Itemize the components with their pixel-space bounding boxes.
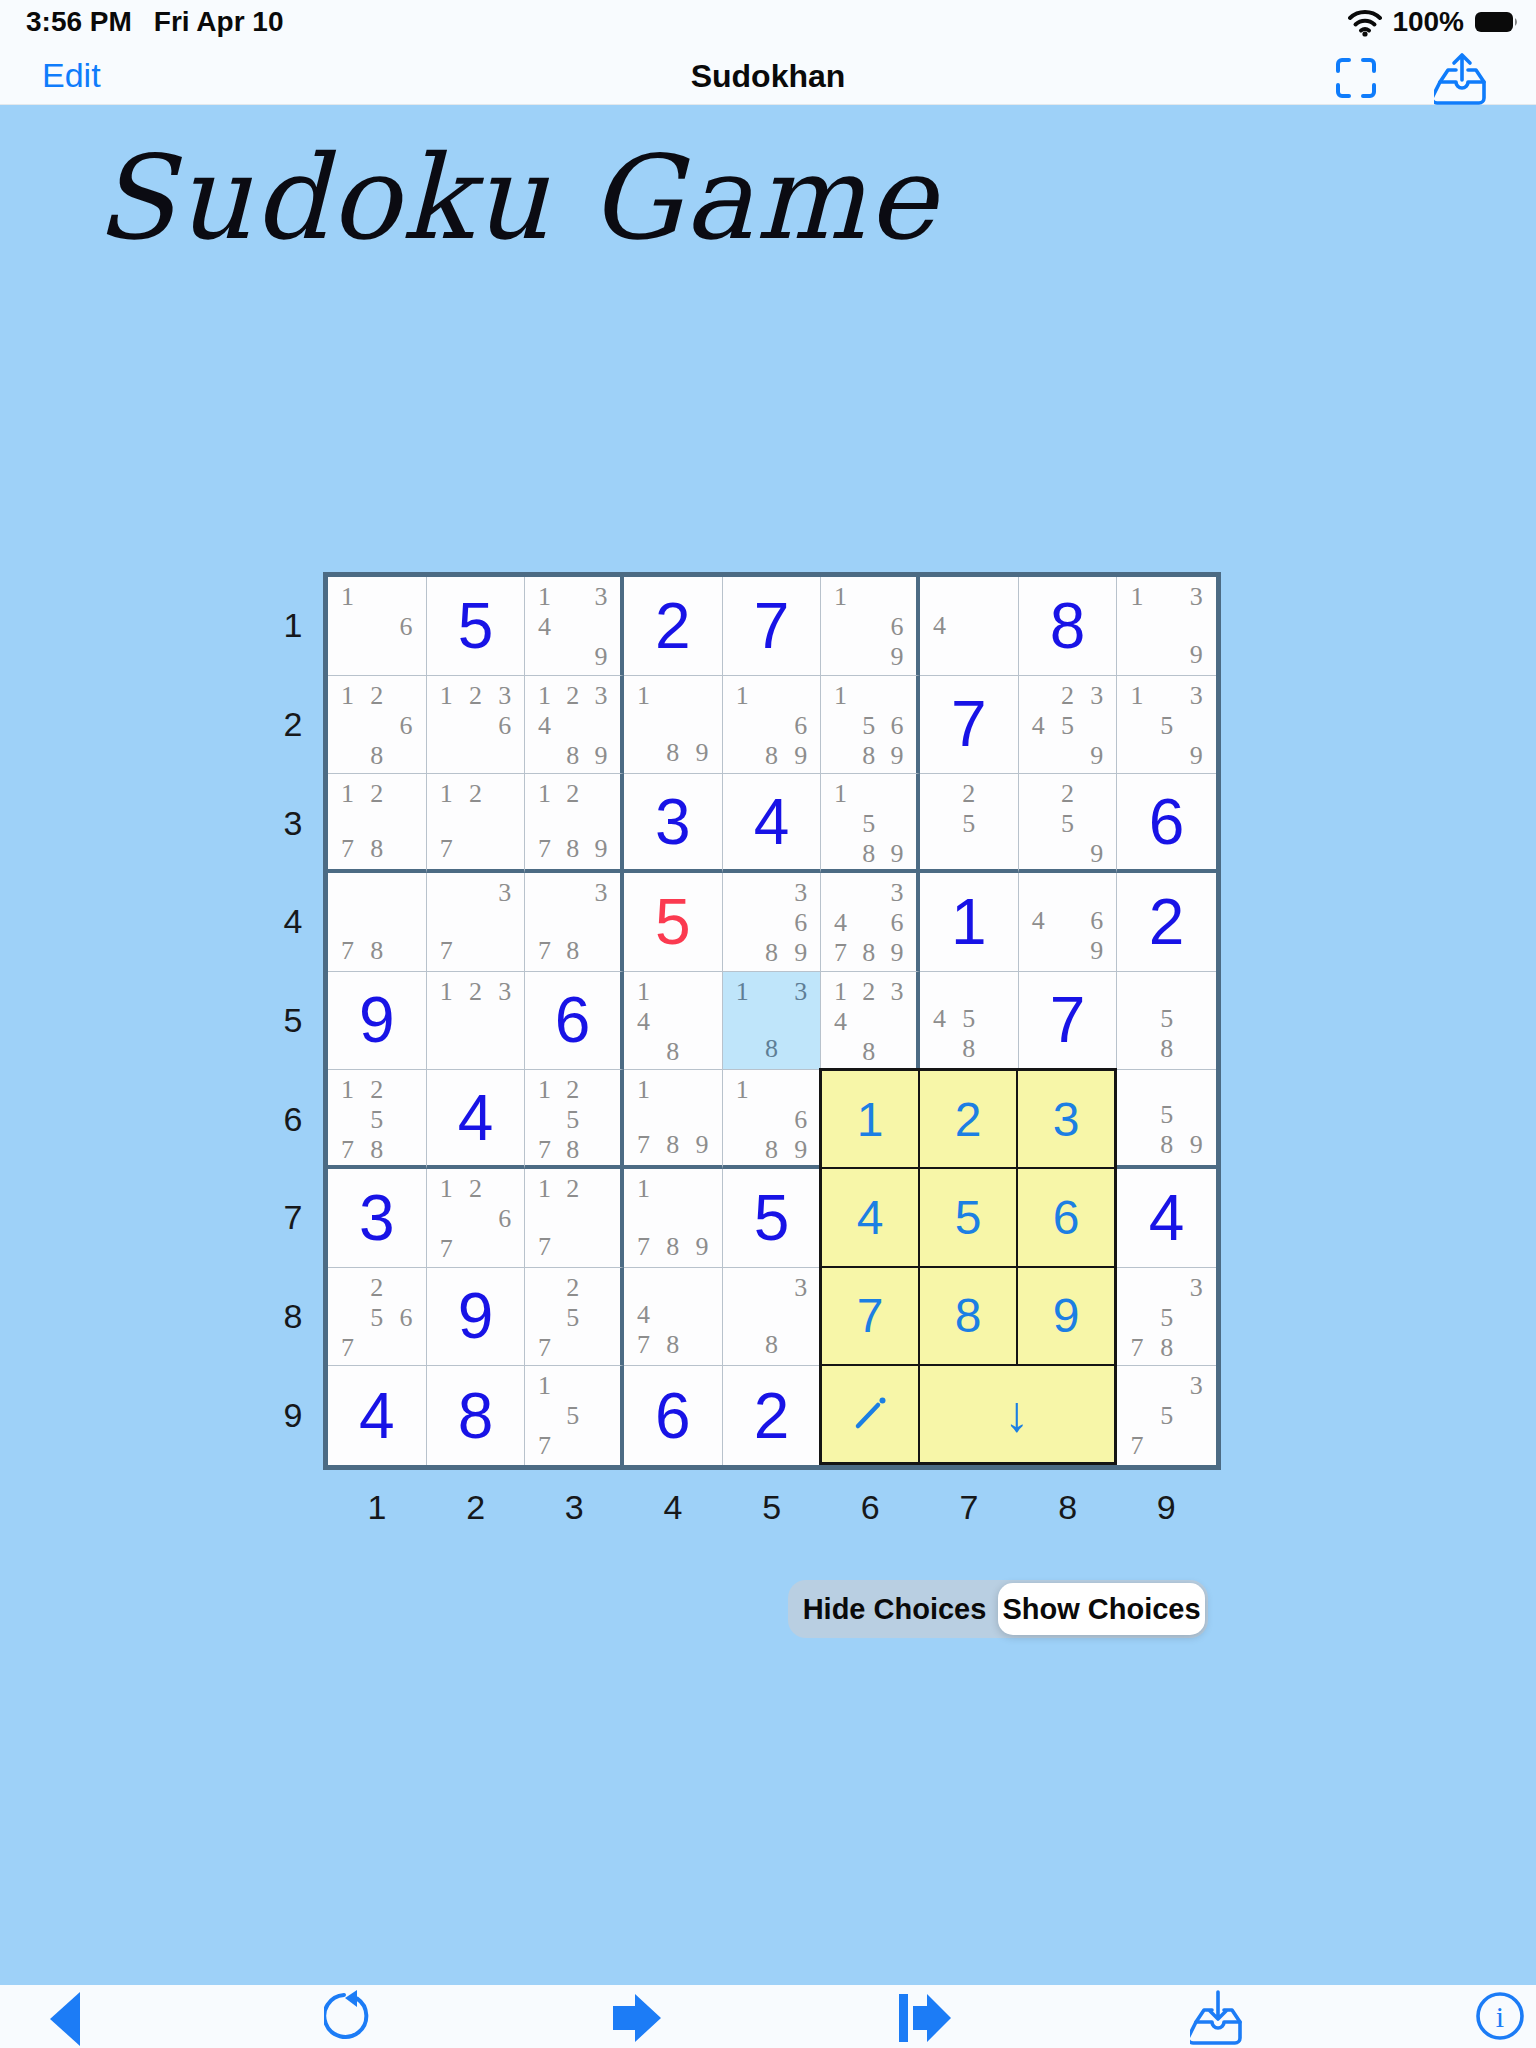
solved-digit: 4: [723, 774, 821, 869]
candidates: 58: [1122, 977, 1211, 1065]
clock-date: Fri Apr 10: [154, 6, 284, 38]
cell-r6c5[interactable]: 1689: [723, 1070, 822, 1169]
keypad-digit-3[interactable]: 3: [1017, 1070, 1115, 1168]
cell-r4c9[interactable]: 2: [1117, 873, 1216, 972]
solved-digit: 2: [723, 1366, 821, 1465]
row-label-2: 2: [268, 705, 318, 744]
cell-r7c2[interactable]: 1267: [427, 1169, 526, 1268]
cell-r8c2[interactable]: 9: [427, 1268, 526, 1367]
solved-digit: 6: [1117, 774, 1216, 869]
cell-r4c4[interactable]: 5: [624, 873, 723, 972]
cell-r8c3[interactable]: 257: [525, 1268, 624, 1367]
col-label-8: 8: [1019, 1488, 1117, 1527]
cell-r5c5[interactable]: 138: [723, 972, 822, 1071]
candidates: 1349: [530, 582, 615, 670]
solved-digit: 8: [1019, 577, 1117, 675]
share-button[interactable]: [1434, 52, 1486, 104]
keypad-confirm-button[interactable]: ↓: [919, 1365, 1115, 1463]
candidates: 1689: [728, 681, 816, 769]
redo-icon: [324, 1990, 376, 2046]
candidates: 1278: [333, 779, 421, 864]
solved-digit: 5: [723, 1169, 821, 1267]
cell-r9c1[interactable]: 4: [328, 1366, 427, 1465]
cell-r7c5[interactable]: 5: [723, 1169, 822, 1268]
solved-digit: 8: [427, 1366, 525, 1465]
row-label-4: 4: [268, 902, 318, 941]
cell-r7c3[interactable]: 127: [525, 1169, 624, 1268]
app-title: Sudokhan: [0, 58, 1536, 95]
cell-r5c7[interactable]: 458: [920, 972, 1019, 1071]
candidates: 12578: [333, 1075, 421, 1160]
cell-r4c3[interactable]: 378: [525, 873, 624, 972]
candidates: 1267: [432, 1174, 520, 1262]
sudoku-board: 1651349271694813912681236123489189168915…: [323, 572, 1221, 1470]
candidates: 25: [925, 779, 1013, 864]
candidates: 23459: [1024, 681, 1112, 769]
cell-r4c5[interactable]: 3689: [723, 873, 822, 972]
battery-icon: [1474, 11, 1518, 33]
cell-r3c4[interactable]: 3: [624, 774, 723, 873]
solved-digit: 6: [525, 972, 620, 1070]
col-label-7: 7: [920, 1488, 1018, 1527]
row-label-1: 1: [268, 606, 318, 645]
candidates: 378: [530, 878, 615, 966]
cell-r9c9[interactable]: 357: [1117, 1366, 1216, 1465]
row-label-5: 5: [268, 1001, 318, 1040]
cell-r6c4[interactable]: 1789: [624, 1070, 723, 1169]
candidates: 3578: [1122, 1273, 1211, 1361]
cell-r5c6[interactable]: 12348: [821, 972, 920, 1071]
cell-r1c8[interactable]: 8: [1019, 577, 1118, 676]
solved-digit: 3: [328, 1169, 426, 1267]
cell-r1c6[interactable]: 169: [821, 577, 920, 676]
keypad-digit-5[interactable]: 5: [919, 1168, 1017, 1266]
candidates: 138: [728, 977, 816, 1065]
cell-r5c8[interactable]: 7: [1019, 972, 1118, 1071]
cell-r5c9[interactable]: 58: [1117, 972, 1216, 1071]
col-label-2: 2: [427, 1488, 525, 1527]
cell-r6c1[interactable]: 12578: [328, 1070, 427, 1169]
row-label-7: 7: [268, 1198, 318, 1237]
save-button[interactable]: [1188, 1990, 1248, 2048]
cell-r8c5[interactable]: 38: [723, 1268, 822, 1367]
pencil-icon: [848, 1392, 892, 1436]
cell-r9c4[interactable]: 6: [624, 1366, 723, 1465]
cell-r3c6[interactable]: 1589: [821, 774, 920, 873]
cell-r5c4[interactable]: 148: [624, 972, 723, 1071]
candidates: 259: [1024, 779, 1112, 864]
cell-r3c9[interactable]: 6: [1117, 774, 1216, 873]
keypad-digit-4[interactable]: 4: [821, 1168, 919, 1266]
forward-arrow-icon: [611, 1990, 663, 2046]
cell-r8c4[interactable]: 478: [624, 1268, 723, 1367]
candidates: 357: [1122, 1371, 1211, 1460]
cell-r6c2[interactable]: 4: [427, 1070, 526, 1169]
candidates: 16: [333, 582, 421, 670]
cell-r9c2[interactable]: 8: [427, 1366, 526, 1465]
candidates: 157: [530, 1371, 615, 1460]
candidates: 123: [432, 977, 520, 1065]
cell-r3c2[interactable]: 127: [427, 774, 526, 873]
step-forward-button[interactable]: [607, 1990, 667, 2048]
cell-r2c7[interactable]: 7: [920, 676, 1019, 775]
cell-r2c5[interactable]: 1689: [723, 676, 822, 775]
cell-r1c9[interactable]: 139: [1117, 577, 1216, 676]
cell-r4c8[interactable]: 469: [1019, 873, 1118, 972]
cell-r4c1[interactable]: 78: [328, 873, 427, 972]
cell-r7c1[interactable]: 3: [328, 1169, 427, 1268]
candidates: 469: [1024, 878, 1112, 966]
solved-digit: 2: [624, 577, 722, 675]
status-bar: 3:56 PM Fri Apr 10 100%: [0, 0, 1536, 44]
cell-r2c1[interactable]: 1268: [328, 676, 427, 775]
keypad-digit-8[interactable]: 8: [919, 1267, 1017, 1365]
candidates: 139: [1122, 582, 1211, 670]
fast-forward-icon: [897, 1990, 953, 2046]
candidates: 589: [1122, 1075, 1211, 1160]
keypad-pencil-button[interactable]: [821, 1365, 919, 1463]
number-pad: 123456789 ↓: [819, 1068, 1117, 1465]
fullscreen-icon: [1330, 52, 1382, 104]
cell-r3c1[interactable]: 1278: [328, 774, 427, 873]
solved-digit: 7: [920, 676, 1018, 774]
cell-r9c3[interactable]: 157: [525, 1366, 624, 1465]
keypad-digit-9[interactable]: 9: [1017, 1267, 1115, 1365]
keypad-digit-7[interactable]: 7: [821, 1267, 919, 1365]
solved-digit: 3: [624, 774, 722, 869]
cell-r2c3[interactable]: 123489: [525, 676, 624, 775]
cell-r5c1[interactable]: 9: [328, 972, 427, 1071]
solved-digit: 2: [1117, 873, 1216, 971]
solved-digit: 9: [328, 972, 426, 1070]
col-label-4: 4: [624, 1488, 722, 1527]
candidates: 4: [925, 582, 1013, 670]
cell-r3c3[interactable]: 12789: [525, 774, 624, 873]
cell-r6c3[interactable]: 12578: [525, 1070, 624, 1169]
cell-r9c5[interactable]: 2: [723, 1366, 822, 1465]
candidates: 169: [826, 582, 911, 670]
cell-r4c7[interactable]: 1: [920, 873, 1019, 972]
cell-r1c7[interactable]: 4: [920, 577, 1019, 676]
back-icon: [48, 1990, 82, 2048]
row-label-8: 8: [268, 1297, 318, 1336]
redo-button[interactable]: [320, 1990, 380, 2048]
cell-r2c6[interactable]: 15689: [821, 676, 920, 775]
error-digit: 5: [624, 873, 722, 971]
candidates: 127: [530, 1174, 615, 1262]
candidates: 458: [925, 977, 1013, 1065]
battery-percent: 100%: [1392, 6, 1464, 38]
clock-time: 3:56 PM: [26, 6, 132, 38]
solved-digit: 1: [920, 873, 1018, 971]
cell-r1c5[interactable]: 7: [723, 577, 822, 676]
candidates: 1789: [629, 1174, 717, 1262]
candidates: 2567: [333, 1273, 421, 1361]
row-label-3: 3: [268, 804, 318, 843]
candidates: 1689: [728, 1075, 816, 1160]
candidates: 12789: [530, 779, 615, 864]
row-label-9: 9: [268, 1396, 318, 1435]
col-label-3: 3: [525, 1488, 623, 1527]
svg-text:i: i: [1496, 2000, 1504, 2033]
cell-r4c6[interactable]: 346789: [821, 873, 920, 972]
download-tray-icon: [1190, 1990, 1246, 2048]
cell-r3c5[interactable]: 4: [723, 774, 822, 873]
col-label-9: 9: [1117, 1488, 1215, 1527]
choices-segmented-control: Hide Choices Show Choices: [788, 1580, 1208, 1638]
candidates: 12578: [530, 1075, 615, 1160]
show-choices-button[interactable]: Show Choices: [998, 1583, 1205, 1635]
candidates: 38: [728, 1273, 816, 1361]
cell-r2c9[interactable]: 1359: [1117, 676, 1216, 775]
col-label-1: 1: [328, 1488, 426, 1527]
fullscreen-button[interactable]: [1330, 52, 1382, 104]
cell-r5c3[interactable]: 6: [525, 972, 624, 1071]
candidates: 478: [629, 1273, 717, 1361]
solved-digit: 7: [1019, 972, 1117, 1070]
nav-bar: Edit Sudokhan: [0, 44, 1536, 105]
candidates: 15689: [826, 681, 911, 769]
col-label-6: 6: [821, 1488, 919, 1527]
cell-r2c2[interactable]: 1236: [427, 676, 526, 775]
page-title: Sudoku Game: [95, 130, 938, 265]
solved-digit: 5: [427, 577, 525, 675]
candidates: 257: [530, 1273, 615, 1361]
candidates: 78: [333, 878, 421, 966]
solved-digit: 7: [723, 577, 821, 675]
candidates: 127: [432, 779, 520, 864]
solved-digit: 6: [624, 1366, 722, 1465]
cell-r8c1[interactable]: 2567: [328, 1268, 427, 1367]
cell-r1c2[interactable]: 5: [427, 577, 526, 676]
back-button[interactable]: [35, 1990, 95, 2048]
info-button[interactable]: i: [1470, 1990, 1530, 2048]
row-label-6: 6: [268, 1100, 318, 1139]
hide-choices-button[interactable]: Hide Choices: [791, 1583, 998, 1635]
candidates: 148: [629, 977, 717, 1065]
cell-r1c1[interactable]: 16: [328, 577, 427, 676]
fast-forward-button[interactable]: [895, 1990, 955, 2048]
candidates: 1236: [432, 681, 520, 769]
solved-digit: 4: [1117, 1169, 1216, 1267]
cell-r7c4[interactable]: 1789: [624, 1169, 723, 1268]
wifi-icon: [1348, 7, 1382, 37]
cell-r3c7[interactable]: 25: [920, 774, 1019, 873]
cell-r2c4[interactable]: 189: [624, 676, 723, 775]
cell-r5c2[interactable]: 123: [427, 972, 526, 1071]
cell-r2c8[interactable]: 23459: [1019, 676, 1118, 775]
cell-r8c9[interactable]: 3578: [1117, 1268, 1216, 1367]
candidates: 346789: [826, 878, 911, 966]
keypad-digit-6[interactable]: 6: [1017, 1168, 1115, 1266]
col-label-5: 5: [723, 1488, 821, 1527]
candidates: 189: [629, 681, 717, 769]
cell-r4c2[interactable]: 37: [427, 873, 526, 972]
cell-r3c8[interactable]: 259: [1019, 774, 1118, 873]
candidates: 1268: [333, 681, 421, 769]
cell-r1c3[interactable]: 1349: [525, 577, 624, 676]
candidates: 1359: [1122, 681, 1211, 769]
cell-r1c4[interactable]: 2: [624, 577, 723, 676]
solved-digit: 4: [328, 1366, 426, 1465]
keypad-digit-1[interactable]: 1: [821, 1070, 919, 1168]
keypad-digit-2[interactable]: 2: [919, 1070, 1017, 1168]
bottom-toolbar: i: [0, 1985, 1536, 2048]
candidates: 37: [432, 878, 520, 966]
candidates: 123489: [530, 681, 615, 769]
share-upload-icon: [1434, 52, 1486, 108]
candidates: 1789: [629, 1075, 717, 1160]
candidates: 1589: [826, 779, 911, 864]
solved-digit: 9: [427, 1268, 525, 1366]
cell-r6c9[interactable]: 589: [1117, 1070, 1216, 1169]
down-arrow-icon: ↓: [1005, 1385, 1030, 1443]
cell-r7c9[interactable]: 4: [1117, 1169, 1216, 1268]
solved-digit: 4: [427, 1070, 525, 1165]
candidates: 12348: [826, 977, 911, 1065]
candidates: 3689: [728, 878, 816, 966]
info-icon: i: [1474, 1990, 1526, 2042]
